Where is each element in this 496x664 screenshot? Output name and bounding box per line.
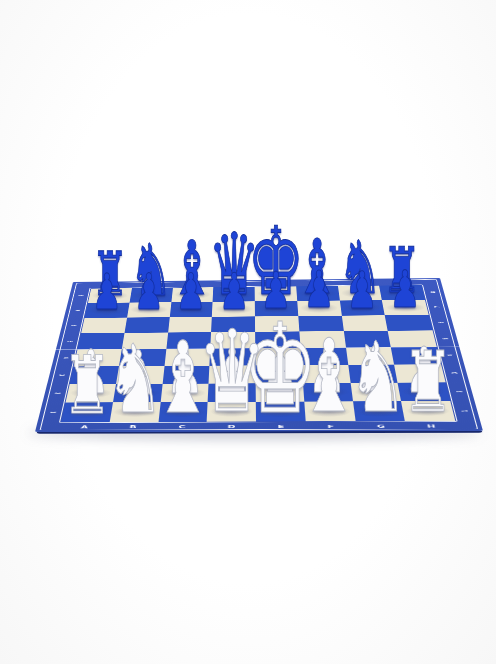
piece-white-knight-g1[interactable]: ♞	[349, 329, 408, 426]
rank-label-6-left: 6	[69, 325, 76, 327]
rank-label-1-right: 1	[461, 410, 469, 412]
rank-label-2-left: 2	[52, 392, 59, 394]
rank-label-2-right: 2	[456, 390, 464, 392]
piece-white-rook-a1[interactable]: ♜	[63, 345, 112, 426]
rank-label-8-left: 8	[76, 295, 82, 297]
piece-blue-pawn-h7[interactable]: ♟	[389, 264, 420, 315]
photo-scene: Blue and white plastic chess pieces set …	[0, 0, 496, 664]
piece-blue-pawn-b7[interactable]: ♟	[134, 268, 164, 318]
piece-white-queen-d1[interactable]: ♛	[197, 316, 266, 429]
piece-blue-pawn-g7[interactable]: ♟	[346, 265, 377, 316]
rank-label-7-left: 7	[73, 310, 80, 312]
rank-label-6-right: 6	[438, 322, 445, 324]
piece-white-rook-h1[interactable]: ♜	[402, 341, 453, 425]
rank-label-1-left: 1	[48, 411, 56, 413]
piece-blue-pawn-a7[interactable]: ♟	[92, 268, 122, 318]
rank-label-7-right: 7	[434, 306, 441, 308]
rank-label-8-right: 8	[430, 291, 437, 293]
